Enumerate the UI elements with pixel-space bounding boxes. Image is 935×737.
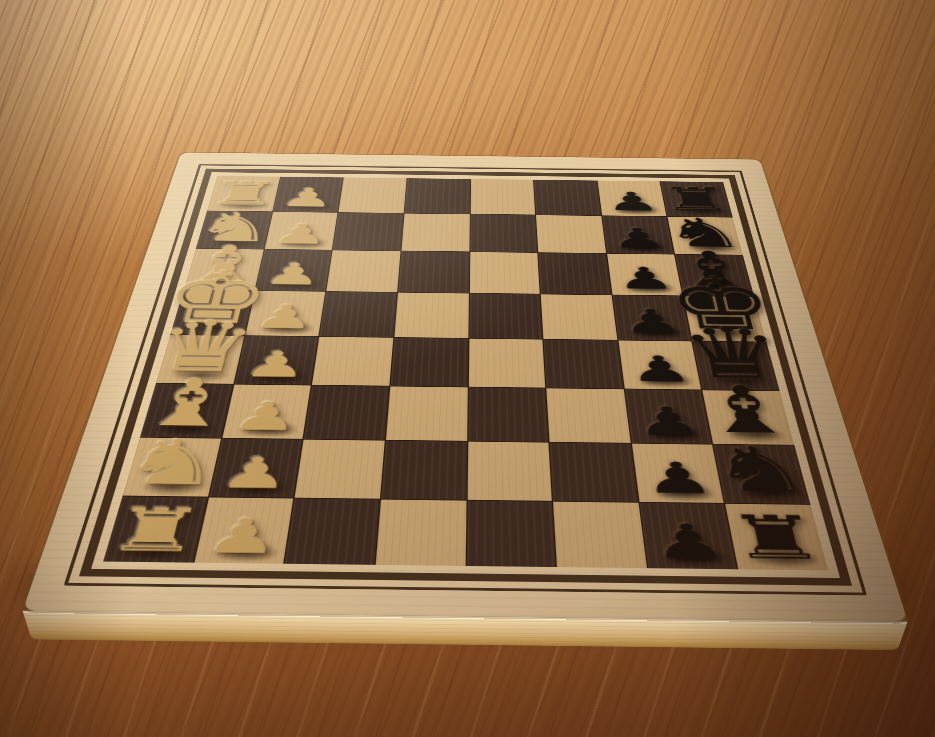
square-h5[interactable] — [470, 179, 535, 214]
square-a2[interactable]: ♟ — [193, 497, 293, 563]
piece-white-bishop[interactable]: ♝ — [134, 373, 242, 433]
square-f6[interactable] — [538, 253, 611, 295]
square-a3[interactable] — [284, 498, 379, 564]
square-e6[interactable] — [540, 294, 616, 339]
square-a4[interactable] — [375, 499, 465, 565]
square-g5[interactable] — [469, 214, 537, 252]
square-a7[interactable]: ♟ — [639, 502, 737, 568]
piece-black-pawn[interactable]: ♟ — [603, 189, 660, 213]
square-e3[interactable] — [319, 291, 396, 336]
board-front-face — [22, 610, 907, 649]
piece-shadow — [210, 541, 281, 562]
piece-shadow — [750, 548, 822, 569]
square-d3[interactable] — [312, 336, 393, 385]
piece-black-pawn[interactable]: ♟ — [608, 225, 668, 251]
piece-white-pawn[interactable]: ♟ — [270, 221, 330, 247]
square-b7[interactable]: ♟ — [631, 443, 724, 503]
square-h2[interactable]: ♟ — [272, 176, 342, 211]
square-d6[interactable] — [543, 339, 623, 388]
piece-shadow — [119, 540, 192, 561]
board-outer-pinstripe: ♜♟♟♜♞♟♟♞♝♟♟♝♚♟♟♚♛♟♟♛♝♟♟♝♞♟♟♞♜♟♟♜ — [63, 164, 867, 595]
perspective-stage: ♜♟♟♜♞♟♟♞♝♟♟♝♚♟♟♚♛♟♟♛♝♟♟♝♞♟♟♞♜♟♟♜ — [0, 0, 935, 737]
piece-black-bishop[interactable]: ♝ — [693, 380, 799, 441]
square-b2[interactable]: ♟ — [208, 438, 302, 498]
square-f4[interactable] — [397, 251, 468, 292]
piece-black-pawn[interactable]: ♟ — [632, 402, 704, 439]
piece-shadow — [636, 373, 697, 389]
square-g4[interactable] — [401, 213, 469, 251]
piece-shadow — [224, 478, 291, 497]
piece-black-pawn[interactable]: ♟ — [640, 458, 716, 499]
chess-board: ♜♟♟♜♞♟♟♞♝♟♟♝♚♟♟♚♛♟♟♛♝♟♟♝♞♟♟♞♜♟♟♜ — [22, 152, 907, 621]
square-c5[interactable] — [467, 387, 548, 441]
piece-black-rook[interactable]: ♜ — [722, 509, 830, 565]
piece-white-pawn[interactable]: ♟ — [229, 398, 302, 435]
square-a8[interactable]: ♜ — [725, 504, 828, 570]
square-b1[interactable]: ♞ — [122, 437, 220, 496]
square-c3[interactable] — [303, 385, 388, 439]
piece-shadow — [248, 368, 309, 384]
square-e4[interactable] — [394, 292, 468, 337]
square-f3[interactable] — [326, 250, 400, 291]
piece-black-pawn[interactable]: ♟ — [648, 519, 728, 564]
piece-white-knight[interactable]: ♞ — [115, 434, 229, 492]
square-h4[interactable] — [404, 178, 469, 213]
piece-black-knight[interactable]: ♞ — [705, 441, 817, 500]
square-d4[interactable] — [390, 337, 468, 386]
piece-shadow — [724, 426, 789, 443]
square-b4[interactable] — [380, 440, 466, 500]
square-h7[interactable]: ♟ — [597, 180, 666, 215]
square-h6[interactable] — [534, 179, 601, 214]
piece-white-pawn[interactable]: ♟ — [216, 453, 293, 493]
piece-shadow — [651, 483, 718, 502]
chess-scene: ♜♟♟♜♞♟♟♞♝♟♟♝♚♟♟♚♛♟♟♛♝♟♟♝♞♟♟♞♜♟♟♜ — [0, 0, 935, 737]
piece-shadow — [660, 547, 731, 568]
square-b5[interactable] — [466, 441, 551, 501]
square-a5[interactable] — [466, 500, 556, 566]
board-edge-bevel — [22, 610, 907, 623]
square-c8[interactable]: ♝ — [702, 390, 794, 444]
board-inner-pinstripe: ♜♟♟♜♞♟♟♞♝♟♟♝♚♟♟♚♛♟♟♛♝♟♟♝♞♟♟♞♜♟♟♜ — [78, 168, 851, 585]
square-b3[interactable] — [294, 439, 384, 499]
piece-white-pawn[interactable]: ♟ — [278, 185, 336, 209]
piece-white-rook[interactable]: ♜ — [100, 502, 209, 558]
square-a1[interactable]: ♜ — [103, 496, 207, 562]
piece-shadow — [643, 425, 707, 442]
piece-shadow — [137, 477, 206, 496]
square-e5[interactable] — [468, 293, 542, 338]
square-g6[interactable] — [536, 215, 606, 253]
piece-shadow — [154, 419, 219, 436]
piece-shadow — [236, 420, 300, 437]
square-f5[interactable] — [469, 252, 539, 294]
square-b6[interactable] — [549, 442, 637, 502]
square-d5[interactable] — [468, 338, 545, 387]
square-g3[interactable] — [332, 212, 403, 250]
square-a6[interactable] — [553, 501, 646, 567]
board-squares: ♜♟♟♜♞♟♟♞♝♟♟♝♚♟♟♚♛♟♟♛♝♟♟♝♞♟♟♞♜♟♟♜ — [103, 176, 828, 570]
piece-white-pawn[interactable]: ♟ — [202, 514, 283, 559]
square-b8[interactable]: ♞ — [713, 444, 810, 504]
square-c6[interactable] — [546, 388, 630, 442]
piece-shadow — [736, 484, 804, 503]
square-c1[interactable]: ♝ — [140, 383, 233, 437]
camera-roll: ♜♟♟♜♞♟♟♞♝♟♟♝♚♟♟♚♛♟♟♛♝♟♟♝♞♟♟♞♜♟♟♜ — [0, 0, 935, 737]
square-c4[interactable] — [385, 386, 466, 440]
square-h3[interactable] — [338, 177, 406, 212]
